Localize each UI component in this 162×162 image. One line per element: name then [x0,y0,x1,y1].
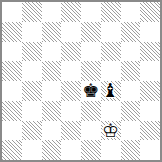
square-e4[interactable]: ♚ [81,81,101,101]
square-d3[interactable] [61,101,81,121]
black-bishop: ♝ [102,81,119,100]
square-g3[interactable] [121,101,141,121]
square-c4[interactable] [42,81,62,101]
square-c8[interactable] [42,2,62,22]
square-b2[interactable] [22,121,42,141]
square-g7[interactable] [121,22,141,42]
square-c6[interactable] [42,42,62,62]
square-h6[interactable] [140,42,160,62]
square-g2[interactable] [121,121,141,141]
square-f7[interactable] [101,22,121,42]
square-a5[interactable] [2,61,22,81]
square-d1[interactable] [61,140,81,160]
square-b7[interactable] [22,22,42,42]
square-f2[interactable]: ♔ [101,121,121,141]
square-d6[interactable] [61,42,81,62]
white-king: ♔ [102,121,119,140]
square-e1[interactable] [81,140,101,160]
square-d4[interactable] [61,81,81,101]
square-a6[interactable] [2,42,22,62]
square-a1[interactable] [2,140,22,160]
square-d2[interactable] [61,121,81,141]
chess-board: ♚♝♔ [2,2,160,160]
square-b5[interactable] [22,61,42,81]
square-e5[interactable] [81,61,101,81]
square-b1[interactable] [22,140,42,160]
square-b6[interactable] [22,42,42,62]
square-e7[interactable] [81,22,101,42]
square-h7[interactable] [140,22,160,42]
chess-diagram-frame: ♚♝♔ [0,0,162,162]
square-c3[interactable] [42,101,62,121]
square-f4[interactable]: ♝ [101,81,121,101]
square-h4[interactable] [140,81,160,101]
square-a8[interactable] [2,2,22,22]
square-h2[interactable] [140,121,160,141]
square-f5[interactable] [101,61,121,81]
square-g4[interactable] [121,81,141,101]
square-a7[interactable] [2,22,22,42]
square-g5[interactable] [121,61,141,81]
square-g1[interactable] [121,140,141,160]
square-a4[interactable] [2,81,22,101]
square-d5[interactable] [61,61,81,81]
square-c5[interactable] [42,61,62,81]
square-f6[interactable] [101,42,121,62]
square-e2[interactable] [81,121,101,141]
square-g6[interactable] [121,42,141,62]
square-a3[interactable] [2,101,22,121]
square-b4[interactable] [22,81,42,101]
square-g8[interactable] [121,2,141,22]
square-h8[interactable] [140,2,160,22]
square-a2[interactable] [2,121,22,141]
square-d7[interactable] [61,22,81,42]
square-f1[interactable] [101,140,121,160]
square-e6[interactable] [81,42,101,62]
black-king: ♚ [82,81,99,100]
square-f3[interactable] [101,101,121,121]
square-b3[interactable] [22,101,42,121]
square-h5[interactable] [140,61,160,81]
square-b8[interactable] [22,2,42,22]
square-d8[interactable] [61,2,81,22]
square-e8[interactable] [81,2,101,22]
square-c7[interactable] [42,22,62,42]
square-h1[interactable] [140,140,160,160]
square-c2[interactable] [42,121,62,141]
square-e3[interactable] [81,101,101,121]
square-h3[interactable] [140,101,160,121]
square-c1[interactable] [42,140,62,160]
square-f8[interactable] [101,2,121,22]
